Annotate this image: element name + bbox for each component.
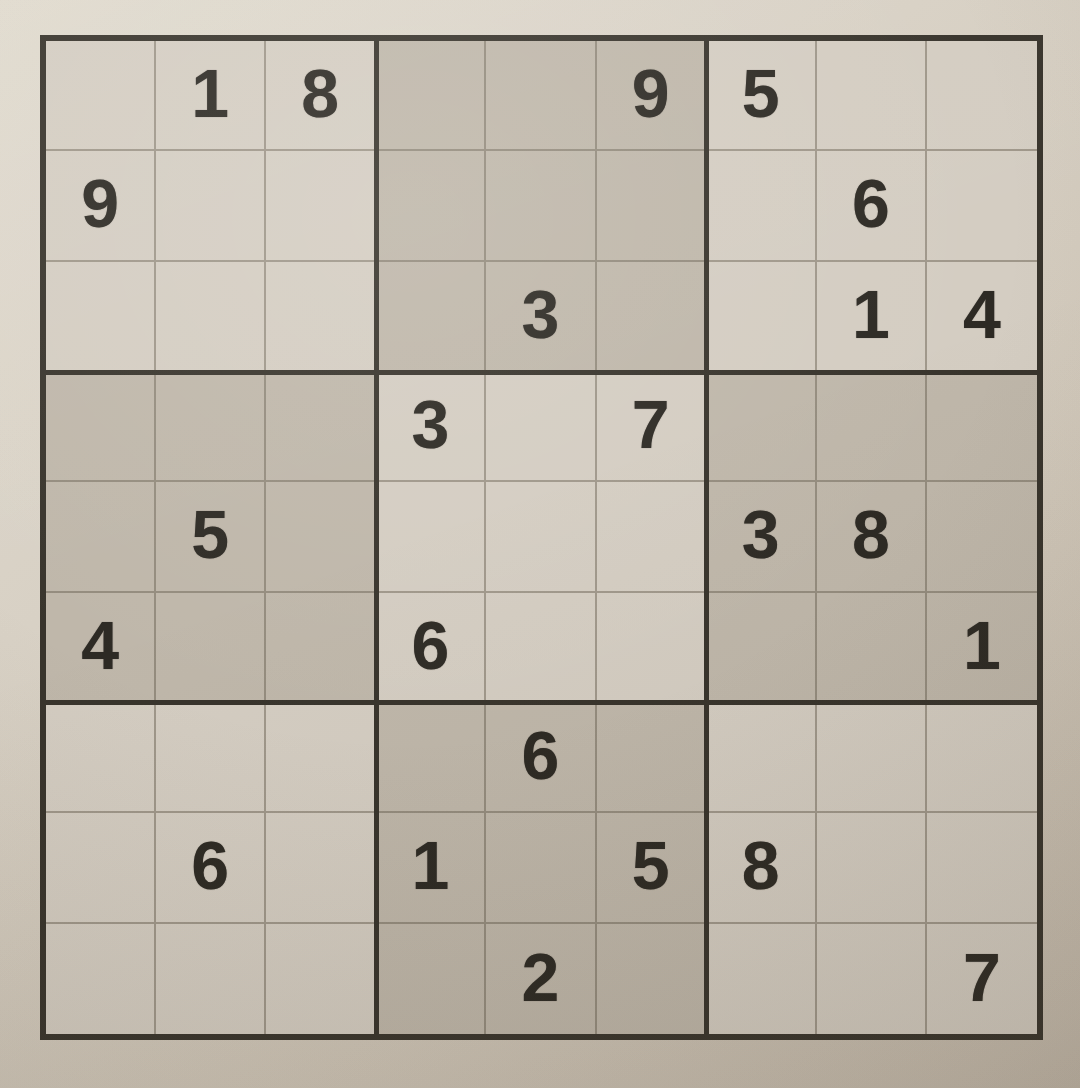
given-digit: 5 xyxy=(742,59,780,127)
cell-r3c6[interactable] xyxy=(597,262,707,372)
given-digit: 1 xyxy=(852,280,890,348)
given-digit: 1 xyxy=(963,611,1001,679)
cell-r8c8[interactable] xyxy=(817,813,927,923)
cell-r8c1[interactable] xyxy=(46,813,156,923)
cell-r4c3[interactable] xyxy=(266,372,376,482)
given-digit: 6 xyxy=(852,169,890,237)
cell-r9c1[interactable] xyxy=(46,924,156,1034)
cell-r6c8[interactable] xyxy=(817,593,927,703)
cell-r6c7[interactable] xyxy=(707,593,817,703)
cell-r1c4[interactable] xyxy=(376,41,486,151)
given-digit: 8 xyxy=(852,500,890,568)
cell-r4c6[interactable]: 7 xyxy=(597,372,707,482)
cell-r2c1[interactable]: 9 xyxy=(46,151,156,261)
given-digit: 8 xyxy=(742,831,780,899)
cell-r8c9[interactable] xyxy=(927,813,1037,923)
cell-r8c5[interactable] xyxy=(486,813,596,923)
cell-r7c2[interactable] xyxy=(156,703,266,813)
cell-r5c9[interactable] xyxy=(927,482,1037,592)
cell-r5c4[interactable] xyxy=(376,482,486,592)
cell-r4c8[interactable] xyxy=(817,372,927,482)
given-digit: 3 xyxy=(522,280,560,348)
cell-r9c3[interactable] xyxy=(266,924,376,1034)
sudoku-grid: 189596314375384616615827 xyxy=(46,41,1037,1034)
given-digit: 2 xyxy=(522,943,560,1011)
given-digit: 1 xyxy=(411,831,449,899)
given-digit: 3 xyxy=(411,390,449,458)
cell-r2c6[interactable] xyxy=(597,151,707,261)
cell-r1c9[interactable] xyxy=(927,41,1037,151)
cell-r6c1[interactable]: 4 xyxy=(46,593,156,703)
cell-r6c3[interactable] xyxy=(266,593,376,703)
cell-r9c4[interactable] xyxy=(376,924,486,1034)
cell-r1c8[interactable] xyxy=(817,41,927,151)
cell-r1c1[interactable] xyxy=(46,41,156,151)
cell-r2c9[interactable] xyxy=(927,151,1037,261)
cell-r8c2[interactable]: 6 xyxy=(156,813,266,923)
cell-r8c4[interactable]: 1 xyxy=(376,813,486,923)
given-digit: 3 xyxy=(742,500,780,568)
cell-r9c9[interactable]: 7 xyxy=(927,924,1037,1034)
given-digit: 5 xyxy=(632,831,670,899)
cell-r9c6[interactable] xyxy=(597,924,707,1034)
cell-r5c2[interactable]: 5 xyxy=(156,482,266,592)
cell-r7c1[interactable] xyxy=(46,703,156,813)
cell-r7c9[interactable] xyxy=(927,703,1037,813)
cell-r3c7[interactable] xyxy=(707,262,817,372)
cell-r7c3[interactable] xyxy=(266,703,376,813)
cell-r2c2[interactable] xyxy=(156,151,266,261)
box-divider-horizontal-2 xyxy=(46,700,1037,705)
cell-r6c6[interactable] xyxy=(597,593,707,703)
cell-r2c4[interactable] xyxy=(376,151,486,261)
cell-r5c8[interactable]: 8 xyxy=(817,482,927,592)
cell-r4c1[interactable] xyxy=(46,372,156,482)
given-digit: 1 xyxy=(191,59,229,127)
cell-r8c7[interactable]: 8 xyxy=(707,813,817,923)
cell-r2c7[interactable] xyxy=(707,151,817,261)
cell-r4c9[interactable] xyxy=(927,372,1037,482)
cell-r7c7[interactable] xyxy=(707,703,817,813)
cell-r9c8[interactable] xyxy=(817,924,927,1034)
cell-r8c6[interactable]: 5 xyxy=(597,813,707,923)
cell-r9c5[interactable]: 2 xyxy=(486,924,596,1034)
cell-r7c6[interactable] xyxy=(597,703,707,813)
cell-r5c7[interactable]: 3 xyxy=(707,482,817,592)
cell-r4c5[interactable] xyxy=(486,372,596,482)
given-digit: 6 xyxy=(522,721,560,789)
cell-r3c4[interactable] xyxy=(376,262,486,372)
box-divider-horizontal-1 xyxy=(46,370,1037,375)
given-digit: 9 xyxy=(81,169,119,237)
cell-r7c5[interactable]: 6 xyxy=(486,703,596,813)
given-digit: 4 xyxy=(81,611,119,679)
cell-r2c3[interactable] xyxy=(266,151,376,261)
cell-r7c8[interactable] xyxy=(817,703,927,813)
cell-r9c2[interactable] xyxy=(156,924,266,1034)
box-divider-vertical-1 xyxy=(374,41,379,1034)
cell-r5c6[interactable] xyxy=(597,482,707,592)
cell-r6c4[interactable]: 6 xyxy=(376,593,486,703)
cell-r3c9[interactable]: 4 xyxy=(927,262,1037,372)
given-digit: 8 xyxy=(301,59,339,127)
cell-r7c4[interactable] xyxy=(376,703,486,813)
cell-r9c7[interactable] xyxy=(707,924,817,1034)
cell-r1c2[interactable]: 1 xyxy=(156,41,266,151)
cell-r4c2[interactable] xyxy=(156,372,266,482)
cell-r5c5[interactable] xyxy=(486,482,596,592)
given-digit: 7 xyxy=(632,390,670,458)
given-digit: 9 xyxy=(632,59,670,127)
cell-r3c1[interactable] xyxy=(46,262,156,372)
cell-r1c5[interactable] xyxy=(486,41,596,151)
given-digit: 4 xyxy=(963,280,1001,348)
cell-r8c3[interactable] xyxy=(266,813,376,923)
given-digit: 6 xyxy=(411,611,449,679)
cell-r3c2[interactable] xyxy=(156,262,266,372)
cell-r3c3[interactable] xyxy=(266,262,376,372)
photographed-puzzle-page: 189596314375384616615827 xyxy=(0,0,1080,1088)
given-digit: 5 xyxy=(191,500,229,568)
given-digit: 6 xyxy=(191,831,229,899)
cell-r2c8[interactable]: 6 xyxy=(817,151,927,261)
cell-r6c2[interactable] xyxy=(156,593,266,703)
cell-r5c3[interactable] xyxy=(266,482,376,592)
cell-r1c7[interactable]: 5 xyxy=(707,41,817,151)
given-digit: 7 xyxy=(963,943,1001,1011)
cell-r5c1[interactable] xyxy=(46,482,156,592)
cell-r3c8[interactable]: 1 xyxy=(817,262,927,372)
cell-r1c3[interactable]: 8 xyxy=(266,41,376,151)
box-divider-vertical-2 xyxy=(704,41,709,1034)
cell-r4c7[interactable] xyxy=(707,372,817,482)
cell-r4c4[interactable]: 3 xyxy=(376,372,486,482)
cell-r2c5[interactable] xyxy=(486,151,596,261)
cell-r6c9[interactable]: 1 xyxy=(927,593,1037,703)
cell-r1c6[interactable]: 9 xyxy=(597,41,707,151)
sudoku-board: 189596314375384616615827 xyxy=(40,35,1043,1040)
cell-r3c5[interactable]: 3 xyxy=(486,262,596,372)
cell-r6c5[interactable] xyxy=(486,593,596,703)
